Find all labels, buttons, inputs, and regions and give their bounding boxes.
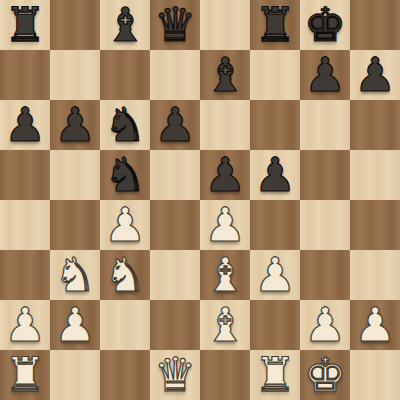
piece-black-pawn[interactable]: ♟ [354,50,396,100]
piece-black-pawn[interactable]: ♟ [4,100,46,150]
square-a1[interactable]: ♜ [0,350,50,400]
square-e7[interactable]: ♝ [200,50,250,100]
square-d7[interactable] [150,50,200,100]
square-b4[interactable] [50,200,100,250]
square-f5[interactable]: ♟ [250,150,300,200]
square-d4[interactable] [150,200,200,250]
piece-black-knight[interactable]: ♞ [104,150,146,200]
square-f7[interactable] [250,50,300,100]
square-d6[interactable]: ♟ [150,100,200,150]
square-b8[interactable] [50,0,100,50]
square-b3[interactable]: ♞ [50,250,100,300]
square-e2[interactable]: ♝ [200,300,250,350]
square-f4[interactable] [250,200,300,250]
square-c7[interactable] [100,50,150,100]
square-e3[interactable]: ♝ [200,250,250,300]
square-a2[interactable]: ♟ [0,300,50,350]
piece-black-king[interactable]: ♚ [304,0,346,50]
square-c2[interactable] [100,300,150,350]
piece-black-pawn[interactable]: ♟ [304,50,346,100]
square-a8[interactable]: ♜ [0,0,50,50]
square-h5[interactable] [350,150,400,200]
square-g4[interactable] [300,200,350,250]
piece-white-king[interactable]: ♚ [304,350,346,400]
square-b2[interactable]: ♟ [50,300,100,350]
piece-black-rook[interactable]: ♜ [254,0,296,50]
piece-white-pawn[interactable]: ♟ [104,200,146,250]
piece-black-pawn[interactable]: ♟ [254,150,296,200]
square-f2[interactable] [250,300,300,350]
square-g6[interactable] [300,100,350,150]
square-b1[interactable] [50,350,100,400]
square-g3[interactable] [300,250,350,300]
square-c1[interactable] [100,350,150,400]
square-e1[interactable] [200,350,250,400]
square-c4[interactable]: ♟ [100,200,150,250]
piece-black-pawn[interactable]: ♟ [204,150,246,200]
piece-black-queen[interactable]: ♛ [154,0,196,50]
square-f6[interactable] [250,100,300,150]
square-h8[interactable] [350,0,400,50]
piece-white-knight[interactable]: ♞ [104,250,146,300]
square-e4[interactable]: ♟ [200,200,250,250]
square-g1[interactable]: ♚ [300,350,350,400]
square-g5[interactable] [300,150,350,200]
square-g8[interactable]: ♚ [300,0,350,50]
piece-white-pawn[interactable]: ♟ [254,250,296,300]
square-e6[interactable] [200,100,250,150]
piece-black-bishop[interactable]: ♝ [204,50,246,100]
square-b5[interactable] [50,150,100,200]
square-b6[interactable]: ♟ [50,100,100,150]
square-d3[interactable] [150,250,200,300]
piece-black-knight[interactable]: ♞ [104,100,146,150]
piece-white-rook[interactable]: ♜ [4,350,46,400]
square-a5[interactable] [0,150,50,200]
square-h2[interactable]: ♟ [350,300,400,350]
square-c3[interactable]: ♞ [100,250,150,300]
piece-white-pawn[interactable]: ♟ [304,300,346,350]
square-a4[interactable] [0,200,50,250]
square-c6[interactable]: ♞ [100,100,150,150]
piece-white-bishop[interactable]: ♝ [204,300,246,350]
square-a6[interactable]: ♟ [0,100,50,150]
piece-black-pawn[interactable]: ♟ [54,100,96,150]
piece-black-bishop[interactable]: ♝ [104,0,146,50]
square-e5[interactable]: ♟ [200,150,250,200]
square-e8[interactable] [200,0,250,50]
piece-white-pawn[interactable]: ♟ [354,300,396,350]
piece-white-knight[interactable]: ♞ [54,250,96,300]
square-d5[interactable] [150,150,200,200]
piece-white-pawn[interactable]: ♟ [204,200,246,250]
square-h3[interactable] [350,250,400,300]
piece-black-pawn[interactable]: ♟ [154,100,196,150]
square-h4[interactable] [350,200,400,250]
piece-white-bishop[interactable]: ♝ [204,250,246,300]
square-f8[interactable]: ♜ [250,0,300,50]
square-d2[interactable] [150,300,200,350]
piece-white-rook[interactable]: ♜ [254,350,296,400]
piece-white-pawn[interactable]: ♟ [4,300,46,350]
piece-white-pawn[interactable]: ♟ [54,300,96,350]
piece-black-rook[interactable]: ♜ [4,0,46,50]
square-g7[interactable]: ♟ [300,50,350,100]
square-d8[interactable]: ♛ [150,0,200,50]
square-h1[interactable] [350,350,400,400]
square-f1[interactable]: ♜ [250,350,300,400]
square-c5[interactable]: ♞ [100,150,150,200]
square-g2[interactable]: ♟ [300,300,350,350]
square-h7[interactable]: ♟ [350,50,400,100]
square-h6[interactable] [350,100,400,150]
square-a3[interactable] [0,250,50,300]
square-c8[interactable]: ♝ [100,0,150,50]
piece-white-queen[interactable]: ♛ [154,350,196,400]
square-a7[interactable] [0,50,50,100]
square-d1[interactable]: ♛ [150,350,200,400]
chess-board: ♜♝♛♜♚♝♟♟♟♟♞♟♞♟♟♟♟♞♞♝♟♟♟♝♟♟♜♛♜♚ [0,0,400,400]
square-f3[interactable]: ♟ [250,250,300,300]
square-b7[interactable] [50,50,100,100]
